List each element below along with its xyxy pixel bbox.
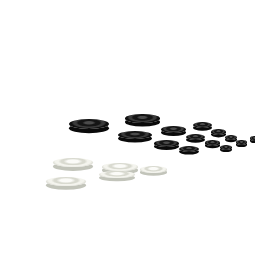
board-square-r3c0[interactable] (45, 143, 110, 154)
board-square-r5c2[interactable] (142, 155, 176, 164)
white-piece[interactable] (140, 166, 167, 173)
black-piece[interactable] (125, 114, 159, 122)
board-square-r7c7[interactable] (237, 157, 250, 162)
black-piece[interactable] (220, 145, 233, 150)
black-piece[interactable] (118, 131, 153, 139)
board-square-r2c0[interactable] (49, 132, 114, 143)
board-square-r5c6[interactable] (229, 150, 244, 155)
black-piece[interactable] (225, 135, 237, 140)
black-piece[interactable] (161, 126, 186, 133)
board-square-r7c6[interactable] (224, 158, 239, 164)
board-square-r0c6[interactable] (242, 129, 255, 134)
white-piece[interactable] (99, 171, 136, 179)
board-square-r7c3[interactable] (166, 164, 193, 173)
white-piece[interactable] (102, 163, 138, 171)
board-square-r4c7[interactable] (244, 146, 255, 150)
white-piece[interactable] (53, 158, 93, 167)
board-square-r6c7[interactable] (239, 153, 252, 158)
black-piece[interactable] (69, 119, 109, 129)
product-photo-stage (0, 0, 255, 255)
board-square-r0c5[interactable] (228, 127, 244, 133)
black-piece[interactable] (205, 140, 221, 145)
board-square-r3c7[interactable] (246, 142, 255, 146)
board-square-r4c4[interactable] (199, 147, 220, 153)
board-square-r5c3[interactable] (172, 154, 198, 162)
black-piece[interactable] (154, 140, 180, 147)
pieces-layer (0, 0, 255, 255)
board-square-r4c2[interactable] (145, 149, 179, 157)
black-piece[interactable] (193, 122, 212, 128)
checkers-board (0, 93, 255, 213)
board-square-r0c7[interactable] (253, 130, 255, 135)
board-square-r6c4[interactable] (193, 157, 214, 164)
board-square-r6c3[interactable] (169, 159, 196, 167)
board-square-r7c5[interactable] (209, 160, 227, 167)
black-piece[interactable] (236, 140, 246, 145)
board-square-r3c1[interactable] (107, 143, 152, 152)
black-piece[interactable] (179, 146, 199, 152)
board-square-r5c4[interactable] (196, 152, 217, 159)
board-square-r7c4[interactable] (190, 162, 211, 170)
black-piece[interactable] (186, 134, 205, 140)
board-square-r6c6[interactable] (227, 154, 242, 160)
white-piece[interactable] (46, 177, 86, 186)
black-piece[interactable] (250, 136, 255, 141)
board-square-r6c5[interactable] (212, 156, 230, 162)
black-piece[interactable] (211, 129, 226, 135)
board-square-r5c5[interactable] (214, 151, 231, 157)
board-square-r5c7[interactable] (241, 150, 253, 155)
board-square-r4c6[interactable] (232, 146, 246, 151)
board-square-r4c1[interactable] (103, 150, 149, 160)
